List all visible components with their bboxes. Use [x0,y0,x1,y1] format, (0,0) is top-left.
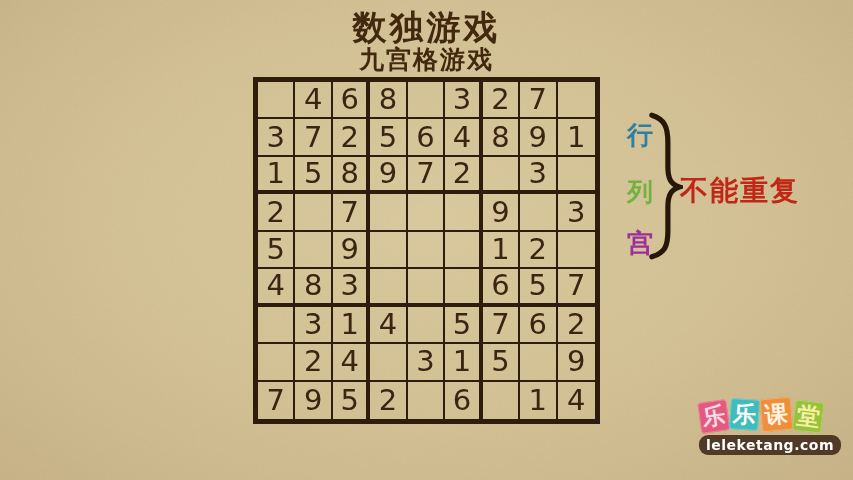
watermark-url: leleketang.com [699,435,841,455]
logo-char-tile: 乐 [729,398,760,431]
sudoku-cell-r5c1: 5 [258,232,295,269]
sudoku-cell-r7c4: 4 [370,307,407,344]
sudoku-cell-r7c9: 2 [558,307,595,344]
sudoku-cell-r8c2: 2 [295,344,332,381]
sudoku-cell-r8c8 [520,344,557,381]
sudoku-cell-r9c4: 2 [370,382,407,419]
sudoku-cell-r1c2: 4 [295,82,332,119]
page-subtitle: 九宫格游戏 [359,43,494,76]
sudoku-cell-r1c3: 6 [333,82,370,119]
sudoku-cell-r9c3: 5 [333,382,370,419]
sudoku-cell-r6c5 [408,269,445,306]
sudoku-cell-r9c2: 9 [295,382,332,419]
sudoku-cell-r2c1: 3 [258,119,295,156]
sudoku-cell-r6c6 [445,269,482,306]
rule-text: 不能重复 [680,172,800,210]
sudoku-cell-r2c5: 6 [408,119,445,156]
sudoku-cell-r6c3: 3 [333,269,370,306]
sudoku-cell-r2c3: 2 [333,119,370,156]
sudoku-cell-r3c5: 7 [408,157,445,194]
sudoku-cell-r5c6 [445,232,482,269]
logo-char-tile: 乐 [697,399,730,434]
watermark-logo: 乐 乐 课 堂 leleketang.com [699,399,829,455]
sudoku-cell-r5c2 [295,232,332,269]
sudoku-cell-r6c9: 7 [558,269,595,306]
sudoku-cell-r3c4: 9 [370,157,407,194]
sudoku-cell-r5c7: 1 [483,232,520,269]
sudoku-cell-r4c1: 2 [258,194,295,231]
sudoku-cell-r5c3: 9 [333,232,370,269]
sudoku-cell-r1c6: 3 [445,82,482,119]
sudoku-cell-r6c4 [370,269,407,306]
sudoku-cell-r5c9 [558,232,595,269]
sudoku-cell-r6c8: 5 [520,269,557,306]
sudoku-cell-r7c8: 6 [520,307,557,344]
sudoku-cell-r9c1: 7 [258,382,295,419]
sudoku-cell-r8c3: 4 [333,344,370,381]
sudoku-cell-r4c4 [370,194,407,231]
sudoku-cell-r1c1 [258,82,295,119]
sudoku-cell-r4c8 [520,194,557,231]
sudoku-cell-r2c8: 9 [520,119,557,156]
sudoku-cell-r4c5 [408,194,445,231]
sudoku-cell-r5c8: 2 [520,232,557,269]
sudoku-cell-r1c7: 2 [483,82,520,119]
sudoku-cell-r9c9: 4 [558,382,595,419]
sudoku-cell-r1c8: 7 [520,82,557,119]
sudoku-cell-r8c6: 1 [445,344,482,381]
sudoku-cell-r4c9: 3 [558,194,595,231]
sudoku-cell-r2c7: 8 [483,119,520,156]
sudoku-cell-r3c7 [483,157,520,194]
sudoku-cell-r9c6: 6 [445,382,482,419]
logo-tiles: 乐 乐 课 堂 [699,399,829,432]
sudoku-cell-r4c2 [295,194,332,231]
logo-char-tile: 堂 [792,399,825,433]
sudoku-cell-r7c3: 1 [333,307,370,344]
sudoku-cell-r1c9 [558,82,595,119]
sudoku-cell-r6c7: 6 [483,269,520,306]
sudoku-cell-r8c9: 9 [558,344,595,381]
sudoku-cell-r3c2: 5 [295,157,332,194]
sudoku-cell-r3c6: 2 [445,157,482,194]
sudoku-cell-r3c9 [558,157,595,194]
sudoku-cell-r4c3: 7 [333,194,370,231]
logo-char-tile: 课 [760,397,794,433]
sudoku-cell-r1c5 [408,82,445,119]
sudoku-cell-r9c8: 1 [520,382,557,419]
sudoku-cell-r7c7: 7 [483,307,520,344]
sudoku-cell-r5c5 [408,232,445,269]
sudoku-cell-r9c5 [408,382,445,419]
sudoku-cell-r4c7: 9 [483,194,520,231]
sudoku-cell-r3c1: 1 [258,157,295,194]
video-frame: 数独游戏 九宫格游戏 46832737256489115897232793591… [0,0,853,480]
sudoku-cell-r4c6 [445,194,482,231]
sudoku-cell-r7c1 [258,307,295,344]
sudoku-cell-r1c4: 8 [370,82,407,119]
sudoku-cell-r2c2: 7 [295,119,332,156]
brace-icon [649,110,683,262]
sudoku-cell-r3c3: 8 [333,157,370,194]
sudoku-cell-r7c6: 5 [445,307,482,344]
sudoku-cell-r8c1 [258,344,295,381]
sudoku-cell-r9c7 [483,382,520,419]
sudoku-cell-r8c4 [370,344,407,381]
sudoku-cell-r8c7: 5 [483,344,520,381]
sudoku-cell-r7c5 [408,307,445,344]
sudoku-cell-r8c5: 3 [408,344,445,381]
sudoku-cell-r6c1: 4 [258,269,295,306]
sudoku-cell-r3c8: 3 [520,157,557,194]
sudoku-board: 4683273725648911589723279359124836573145… [253,77,600,424]
sudoku-cell-r2c9: 1 [558,119,595,156]
sudoku-cell-r2c6: 4 [445,119,482,156]
sudoku-cell-r7c2: 3 [295,307,332,344]
sudoku-cell-r5c4 [370,232,407,269]
sudoku-cell-r2c4: 5 [370,119,407,156]
sudoku-cell-r6c2: 8 [295,269,332,306]
